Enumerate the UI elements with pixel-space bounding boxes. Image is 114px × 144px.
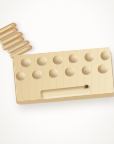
peg-hole-r1c5[interactable] xyxy=(84,52,94,61)
peg-board-photo xyxy=(0,0,114,144)
peg-hole-r2c4[interactable] xyxy=(65,67,75,76)
peg-hole-r2c2[interactable] xyxy=(32,70,42,79)
peg-hole-r1c6[interactable] xyxy=(100,51,110,60)
storage-recess xyxy=(41,85,92,99)
peg-hole-r1c1[interactable] xyxy=(21,58,31,67)
peg-hole-r2c3[interactable] xyxy=(48,69,58,78)
small-peg-hole[interactable] xyxy=(85,85,88,88)
peg-hole-r2c5[interactable] xyxy=(81,66,91,75)
peg-hole-r1c2[interactable] xyxy=(37,56,47,65)
peg-board xyxy=(13,47,114,101)
dowel-end-cap xyxy=(26,44,33,50)
peg-hole-r2c1[interactable] xyxy=(15,72,25,81)
peg-hole-r1c4[interactable] xyxy=(68,54,78,63)
peg-hole-r2c6[interactable] xyxy=(98,65,108,74)
peg-hole-r1c3[interactable] xyxy=(53,55,63,64)
